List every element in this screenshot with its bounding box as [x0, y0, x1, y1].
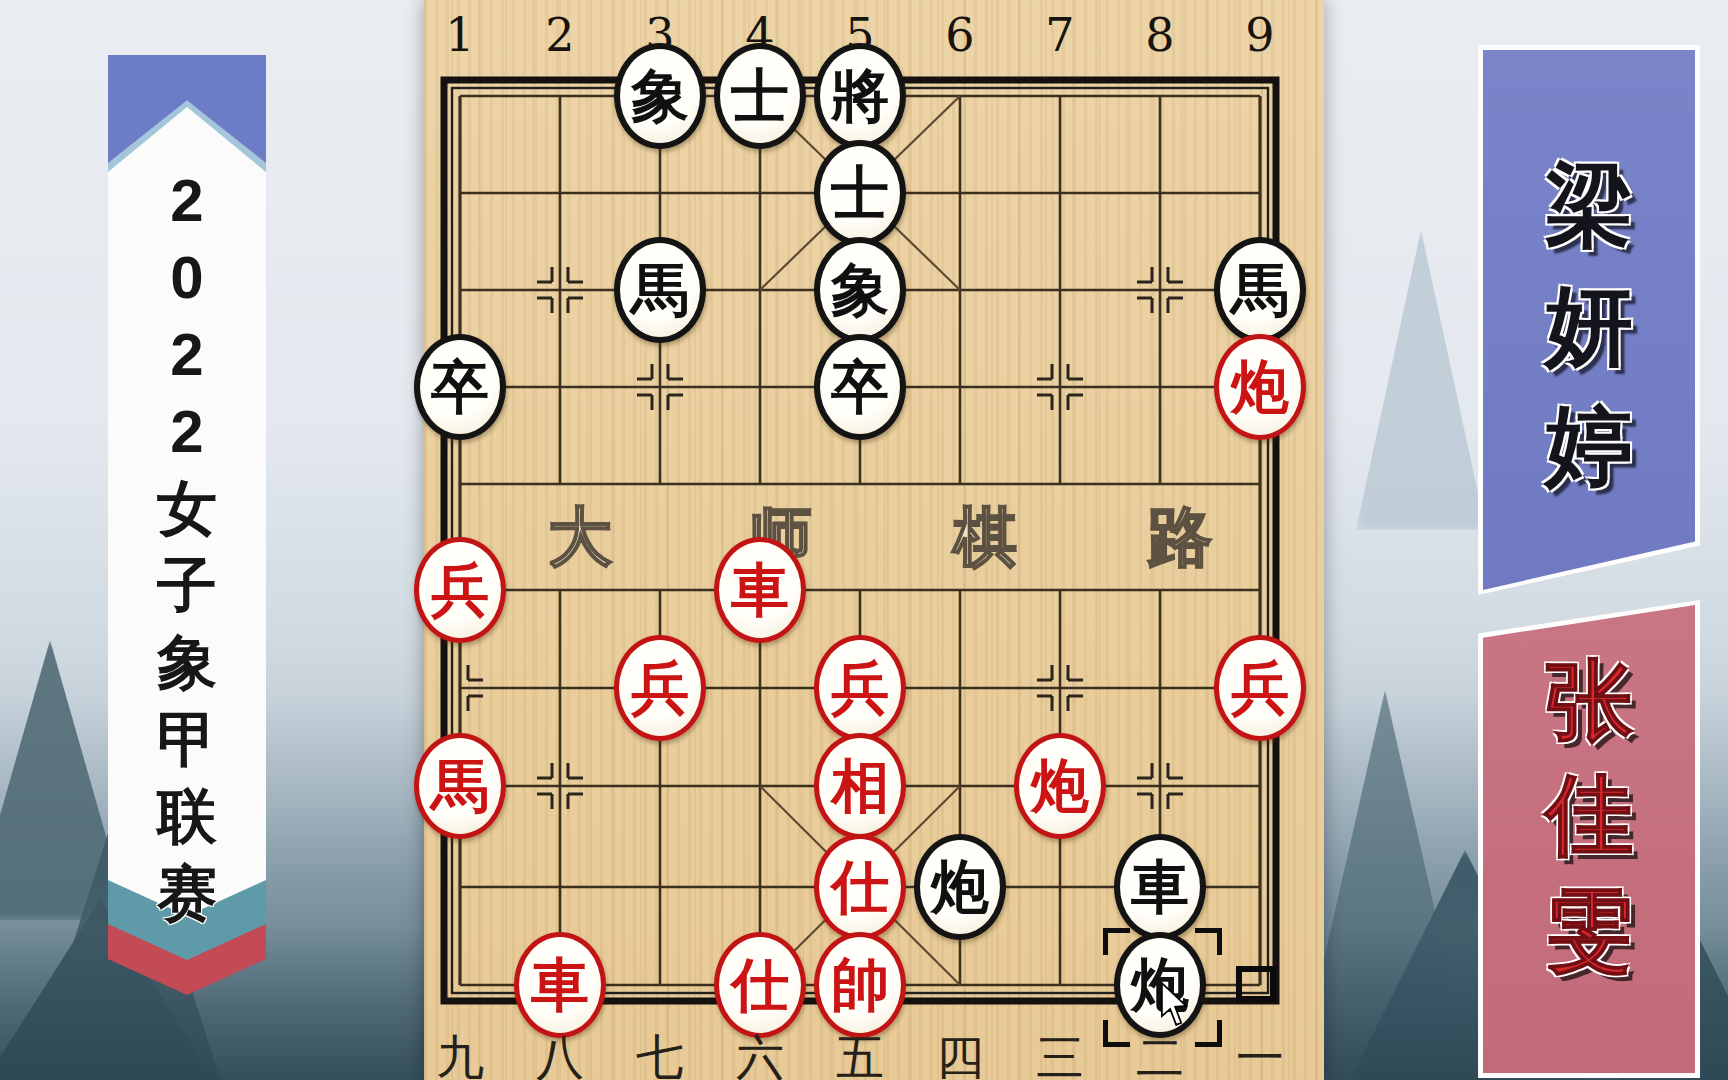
- player-red-char: 雯: [1545, 883, 1633, 975]
- piece-red-advisor[interactable]: 仕: [714, 932, 806, 1038]
- piece-black-chariot[interactable]: 車: [1114, 834, 1206, 940]
- player-name-black: 梁妍婷: [1478, 160, 1700, 492]
- event-title-char: 联: [157, 784, 217, 850]
- piece-black-advisor[interactable]: 士: [714, 43, 806, 149]
- event-title-char: 0: [170, 245, 203, 311]
- river-watermark-char: 棋: [945, 494, 1025, 581]
- piece-black-cannon[interactable]: 炮: [914, 834, 1006, 940]
- file-label-bottom-2: 八: [525, 1026, 595, 1080]
- piece-black-elephant[interactable]: 象: [614, 43, 706, 149]
- player-black-char: 婷: [1545, 400, 1633, 492]
- event-title-char: 象: [157, 630, 217, 696]
- piece-black-horse[interactable]: 馬: [1214, 237, 1306, 343]
- piece-red-king[interactable]: 帥: [814, 932, 906, 1038]
- piece-red-cannon[interactable]: 炮: [1014, 733, 1106, 839]
- piece-black-advisor[interactable]: 士: [814, 140, 906, 246]
- file-label-bottom-6: 四: [925, 1026, 995, 1080]
- file-label-bottom-4: 六: [725, 1026, 795, 1080]
- event-title-char: 子: [157, 553, 217, 619]
- piece-red-soldier[interactable]: 兵: [614, 635, 706, 741]
- piece-black-elephant[interactable]: 象: [814, 237, 906, 343]
- piece-red-chariot[interactable]: 車: [514, 932, 606, 1038]
- river-watermark-char: 大: [540, 494, 620, 581]
- player-black-char: 妍: [1545, 280, 1633, 372]
- player-banner-red: 张佳雯: [1478, 600, 1700, 1078]
- file-label-top-7: 7: [1030, 8, 1090, 60]
- event-title-char: 2: [170, 322, 203, 388]
- bracket-corner: [1195, 1020, 1222, 1047]
- piece-black-horse[interactable]: 馬: [614, 237, 706, 343]
- file-label-top-8: 8: [1130, 8, 1190, 60]
- event-title: 2022女子象甲联赛: [108, 168, 266, 927]
- event-title-char: 甲: [157, 707, 217, 773]
- player-banner-black: 梁妍婷: [1478, 45, 1700, 595]
- file-label-bottom-3: 七: [625, 1026, 695, 1080]
- piece-red-soldier[interactable]: 兵: [814, 635, 906, 741]
- bracket-corner: [1195, 928, 1222, 955]
- file-label-bottom-5: 五: [825, 1026, 895, 1080]
- player-name-red: 张佳雯: [1478, 655, 1700, 975]
- xiangqi-board[interactable]: 123456789 大师棋路 象士將士馬象馬卒卒炮兵車兵兵兵馬相炮仕炮車車仕帥炮…: [424, 0, 1324, 1080]
- piece-red-soldier[interactable]: 兵: [414, 537, 506, 643]
- piece-red-cannon[interactable]: 炮: [1214, 334, 1306, 440]
- bracket-corner: [1103, 928, 1130, 955]
- file-label-bottom-8: 二: [1125, 1026, 1195, 1080]
- piece-black-soldier[interactable]: 卒: [814, 334, 906, 440]
- broadcast-frame: 123456789 大师棋路 象士將士馬象馬卒卒炮兵車兵兵兵馬相炮仕炮車車仕帥炮…: [0, 0, 1728, 1080]
- file-label-top-1: 1: [430, 8, 490, 60]
- file-label-top-9: 9: [1230, 8, 1290, 60]
- event-title-char: 女: [157, 476, 217, 542]
- piece-red-elephant[interactable]: 相: [814, 733, 906, 839]
- player-red-char: 张: [1545, 655, 1633, 747]
- piece-black-soldier[interactable]: 卒: [414, 334, 506, 440]
- event-title-char: 赛: [157, 861, 217, 927]
- piece-red-chariot[interactable]: 車: [714, 537, 806, 643]
- piece-red-advisor[interactable]: 仕: [814, 834, 906, 940]
- mouse-cursor: [1160, 982, 1188, 1026]
- last-move-origin-marker: [1236, 966, 1276, 1002]
- event-title-char: 2: [170, 168, 203, 234]
- player-black-char: 梁: [1545, 160, 1633, 252]
- piece-red-soldier[interactable]: 兵: [1214, 635, 1306, 741]
- tree-silhouette: [1356, 230, 1486, 530]
- event-title-char: 2: [170, 399, 203, 465]
- piece-red-horse[interactable]: 馬: [414, 733, 506, 839]
- file-label-top-2: 2: [530, 8, 590, 60]
- bracket-corner: [1103, 1020, 1130, 1047]
- file-label-bottom-9: 一: [1225, 1026, 1295, 1080]
- player-red-char: 佳: [1545, 769, 1633, 861]
- river-watermark-char: 路: [1140, 494, 1220, 581]
- file-label-bottom-1: 九: [425, 1026, 495, 1080]
- piece-black-king[interactable]: 將: [814, 43, 906, 149]
- file-label-bottom-7: 三: [1025, 1026, 1095, 1080]
- file-label-top-6: 6: [930, 8, 990, 60]
